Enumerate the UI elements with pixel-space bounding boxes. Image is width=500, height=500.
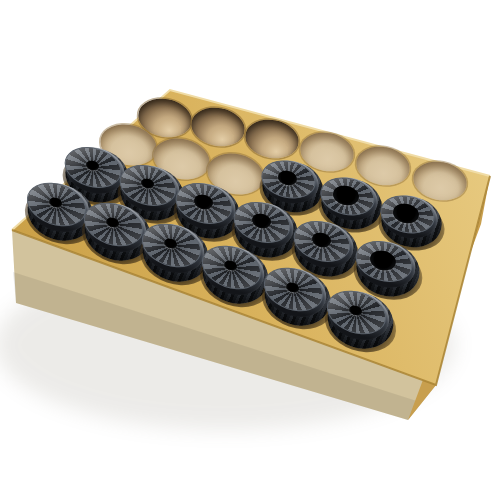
empty-hole-r1c3 bbox=[242, 115, 302, 163]
tray-hole-grid bbox=[0, 0, 500, 500]
collet-tray-photo bbox=[0, 0, 500, 500]
